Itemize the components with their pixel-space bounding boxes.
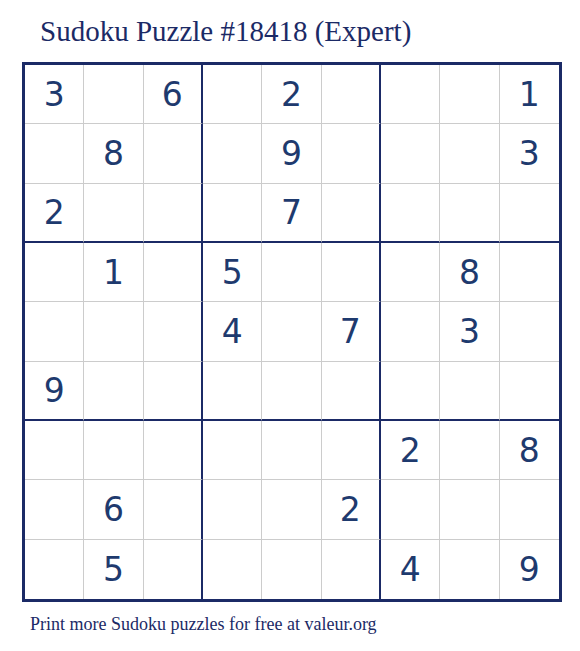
cell-r6c2[interactable] [84,362,143,421]
cell-r3c4[interactable] [203,184,262,243]
cell-r1c4[interactable] [203,65,262,124]
cell-r9c1[interactable] [25,540,84,599]
cell-r7c8[interactable] [440,421,499,480]
cell-r5c4[interactable]: 4 [203,302,262,361]
cell-r4c9[interactable] [500,243,559,302]
cell-r6c9[interactable] [500,362,559,421]
cell-r6c1[interactable]: 9 [25,362,84,421]
cell-r7c7[interactable]: 2 [381,421,440,480]
footer-text: Print more Sudoku puzzles for free at va… [30,614,377,635]
cell-r8c2[interactable]: 6 [84,480,143,539]
cell-r5c7[interactable] [381,302,440,361]
cell-r8c5[interactable] [262,480,321,539]
cell-r8c3[interactable] [144,480,203,539]
cell-r5c5[interactable] [262,302,321,361]
cell-r1c1[interactable]: 3 [25,65,84,124]
cell-r7c5[interactable] [262,421,321,480]
cell-r2c6[interactable] [322,124,381,183]
cell-r3c8[interactable] [440,184,499,243]
cell-r8c8[interactable] [440,480,499,539]
cell-r1c8[interactable] [440,65,499,124]
cell-r9c2[interactable]: 5 [84,540,143,599]
cell-r2c1[interactable] [25,124,84,183]
cell-r8c6[interactable]: 2 [322,480,381,539]
cell-r2c8[interactable] [440,124,499,183]
cell-r9c4[interactable] [203,540,262,599]
cell-r2c3[interactable] [144,124,203,183]
sudoku-page: Sudoku Puzzle #18418 (Expert) 3621893271… [0,0,580,651]
cell-r6c3[interactable] [144,362,203,421]
cell-r2c2[interactable]: 8 [84,124,143,183]
cell-r4c6[interactable] [322,243,381,302]
cell-r4c2[interactable]: 1 [84,243,143,302]
cell-r5c2[interactable] [84,302,143,361]
cell-r8c4[interactable] [203,480,262,539]
cell-r4c1[interactable] [25,243,84,302]
cell-r6c8[interactable] [440,362,499,421]
cell-r2c7[interactable] [381,124,440,183]
cell-r1c3[interactable]: 6 [144,65,203,124]
cell-r8c7[interactable] [381,480,440,539]
cell-r2c9[interactable]: 3 [500,124,559,183]
cell-r4c4[interactable]: 5 [203,243,262,302]
cell-r6c4[interactable] [203,362,262,421]
cell-r9c7[interactable]: 4 [381,540,440,599]
cell-r8c1[interactable] [25,480,84,539]
sudoku-grid: 36218932715847392862549 [22,62,562,602]
cell-r3c1[interactable]: 2 [25,184,84,243]
cell-r2c4[interactable] [203,124,262,183]
cell-r7c6[interactable] [322,421,381,480]
cell-r7c9[interactable]: 8 [500,421,559,480]
cell-r1c5[interactable]: 2 [262,65,321,124]
cell-r9c5[interactable] [262,540,321,599]
cell-r3c2[interactable] [84,184,143,243]
cell-r5c1[interactable] [25,302,84,361]
cell-r8c9[interactable] [500,480,559,539]
cell-r7c1[interactable] [25,421,84,480]
cell-r1c2[interactable] [84,65,143,124]
cell-r9c3[interactable] [144,540,203,599]
cell-r4c8[interactable]: 8 [440,243,499,302]
cell-r6c5[interactable] [262,362,321,421]
cell-r4c5[interactable] [262,243,321,302]
cell-r9c8[interactable] [440,540,499,599]
cell-r5c9[interactable] [500,302,559,361]
cell-r4c7[interactable] [381,243,440,302]
page-title: Sudoku Puzzle #18418 (Expert) [40,15,411,48]
cell-r7c3[interactable] [144,421,203,480]
cell-r5c8[interactable]: 3 [440,302,499,361]
cell-r1c9[interactable]: 1 [500,65,559,124]
cell-r1c6[interactable] [322,65,381,124]
cell-r7c2[interactable] [84,421,143,480]
cell-r6c6[interactable] [322,362,381,421]
cell-r3c9[interactable] [500,184,559,243]
cell-r9c6[interactable] [322,540,381,599]
cell-r3c6[interactable] [322,184,381,243]
cell-r3c7[interactable] [381,184,440,243]
cell-r3c5[interactable]: 7 [262,184,321,243]
cell-r1c7[interactable] [381,65,440,124]
cell-r3c3[interactable] [144,184,203,243]
cell-r4c3[interactable] [144,243,203,302]
cell-r9c9[interactable]: 9 [500,540,559,599]
cell-r5c6[interactable]: 7 [322,302,381,361]
cell-r5c3[interactable] [144,302,203,361]
cell-r6c7[interactable] [381,362,440,421]
cell-r7c4[interactable] [203,421,262,480]
cell-r2c5[interactable]: 9 [262,124,321,183]
